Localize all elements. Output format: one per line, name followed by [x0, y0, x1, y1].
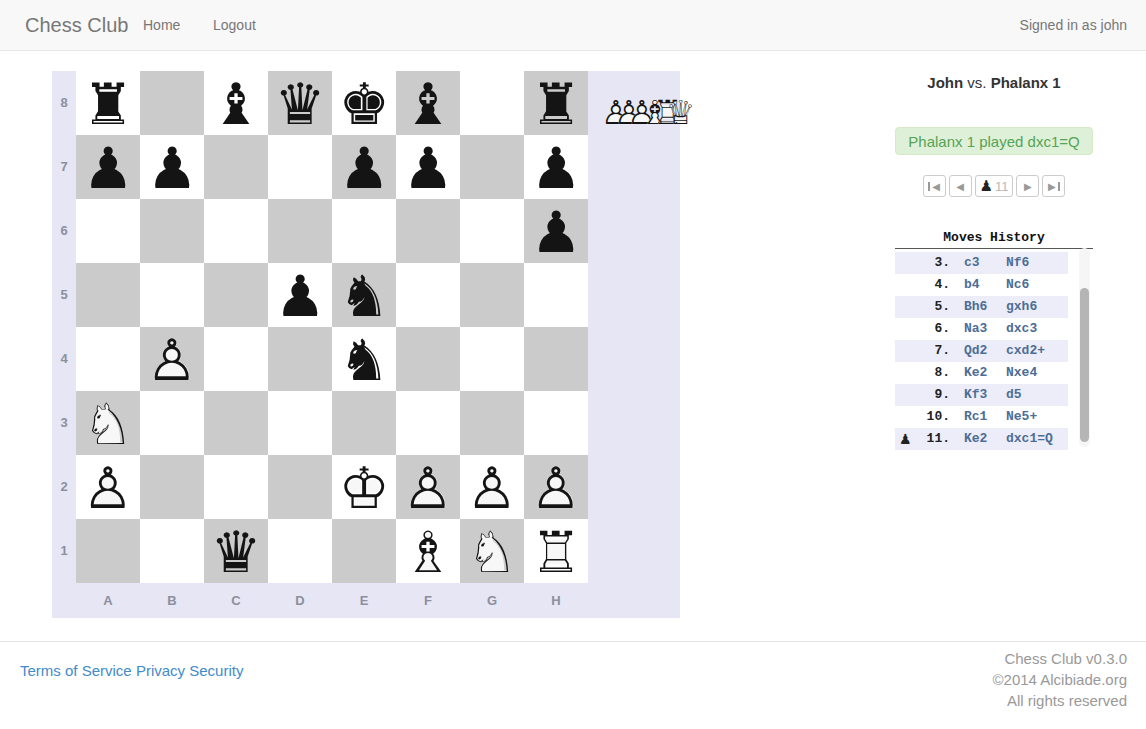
piece-white-pawn[interactable]: ♟♙	[140, 327, 204, 391]
piece-white-king[interactable]: ♚♔	[332, 455, 396, 519]
move-number: 5.	[910, 296, 950, 318]
piece-outline: ♘	[460, 519, 524, 583]
current-move-button[interactable]: ♟ 11	[975, 175, 1014, 197]
square-f1[interactable]: ♝♗	[396, 519, 460, 583]
bar-icon	[928, 182, 930, 191]
footer-links: Terms of Service Privacy Security	[20, 662, 243, 679]
square-b3[interactable]	[140, 391, 204, 455]
skip-start-icon: ◀	[932, 181, 940, 192]
piece-glyph: ♛	[204, 519, 268, 583]
piece-white-rook[interactable]: ♜♖	[524, 519, 588, 583]
move-icon-spacer	[895, 340, 910, 362]
moves-scrollbar-thumb[interactable]	[1080, 288, 1089, 442]
piece-glyph: ♟	[140, 135, 204, 199]
black-move[interactable]: Nc6	[1006, 274, 1029, 296]
white-move[interactable]: Ke2	[964, 428, 1006, 450]
square-f3[interactable]	[396, 391, 460, 455]
white-move[interactable]: Qd2	[964, 340, 1006, 362]
piece-black-knight[interactable]: ♞	[332, 327, 396, 391]
square-a4[interactable]	[76, 327, 140, 391]
square-f2[interactable]: ♟♙	[396, 455, 460, 519]
square-h8[interactable]: ♜	[524, 71, 588, 135]
piece-glyph: ♚	[332, 71, 396, 135]
square-h2[interactable]: ♟♙	[524, 455, 588, 519]
move-number: 4.	[910, 274, 950, 296]
copyright-line: ©2014 Alcibiade.org	[993, 669, 1127, 690]
next-move-button[interactable]: ▶	[1016, 175, 1039, 197]
black-move[interactable]: cxd2+	[1006, 340, 1045, 362]
piece-outline: ♙	[524, 455, 588, 519]
square-b2[interactable]	[140, 455, 204, 519]
square-e2[interactable]: ♚♔	[332, 455, 396, 519]
square-c5[interactable]	[204, 263, 268, 327]
piece-black-king[interactable]: ♚	[332, 71, 396, 135]
skip-end-icon: ▶	[1048, 181, 1056, 192]
piece-black-pawn[interactable]: ♟	[268, 263, 332, 327]
black-player-name: Phalanx 1	[991, 74, 1061, 91]
black-move[interactable]: dxc3	[1006, 318, 1037, 340]
move-row-5: 5.Bh6gxh6	[895, 296, 1068, 318]
nav-link-logout[interactable]: Logout	[213, 0, 256, 50]
move-icon-spacer	[895, 252, 910, 274]
file-labels: ABCDEFGH	[76, 583, 588, 618]
white-move[interactable]: Rc1	[964, 406, 1006, 428]
piece-black-pawn[interactable]: ♟	[524, 199, 588, 263]
prev-icon: ◀	[956, 181, 964, 192]
move-number: 6.	[910, 318, 950, 340]
square-a7[interactable]: ♟	[76, 135, 140, 199]
square-g8[interactable]	[460, 71, 524, 135]
rights-line: All rights reserved	[993, 690, 1127, 711]
square-b7[interactable]: ♟	[140, 135, 204, 199]
square-g5[interactable]	[460, 263, 524, 327]
square-e6[interactable]	[332, 199, 396, 263]
piece-glyph: ♝	[204, 71, 268, 135]
security-link[interactable]: Security	[189, 662, 243, 679]
file-label-d: D	[268, 583, 332, 618]
piece-white-pawn[interactable]: ♟♙	[524, 455, 588, 519]
piece-white-knight[interactable]: ♞♘	[460, 519, 524, 583]
white-move[interactable]: Bh6	[964, 296, 1006, 318]
square-d6[interactable]	[268, 199, 332, 263]
piece-black-queen[interactable]: ♛	[268, 71, 332, 135]
square-c2[interactable]	[204, 455, 268, 519]
page: Chess Club Home Logout Signed in as john…	[0, 0, 1146, 729]
move-number: 7.	[910, 340, 950, 362]
square-a5[interactable]	[76, 263, 140, 327]
move-row-3: 3.c3Nf6	[895, 252, 1068, 274]
square-h4[interactable]	[524, 327, 588, 391]
file-label-e: E	[332, 583, 396, 618]
piece-white-pawn[interactable]: ♟♙	[76, 455, 140, 519]
piece-black-knight[interactable]: ♞	[332, 263, 396, 327]
piece-glyph: ♟	[524, 199, 588, 263]
move-number: 3.	[910, 252, 950, 274]
piece-black-pawn[interactable]: ♟	[332, 135, 396, 199]
rank-label-4: 4	[52, 327, 76, 391]
rank-label-5: 5	[52, 263, 76, 327]
piece-glyph: ♟	[396, 135, 460, 199]
file-label-b: B	[140, 583, 204, 618]
square-d3[interactable]	[268, 391, 332, 455]
square-f6[interactable]	[396, 199, 460, 263]
move-number: 9.	[910, 384, 950, 406]
square-d4[interactable]	[268, 327, 332, 391]
square-c1[interactable]: ♛	[204, 519, 268, 583]
move-icon-spacer	[895, 384, 910, 406]
white-move[interactable]: c3	[964, 252, 1006, 274]
move-icon-spacer	[895, 274, 910, 296]
rank-label-6: 6	[52, 199, 76, 263]
square-g2[interactable]: ♟♙	[460, 455, 524, 519]
square-f7[interactable]: ♟	[396, 135, 460, 199]
square-d2[interactable]	[268, 455, 332, 519]
square-a6[interactable]	[76, 199, 140, 263]
piece-black-pawn[interactable]: ♟	[76, 135, 140, 199]
square-e4[interactable]: ♞	[332, 327, 396, 391]
move-icon-spacer	[895, 318, 910, 340]
piece-black-pawn[interactable]: ♟	[140, 135, 204, 199]
file-label-a: A	[76, 583, 140, 618]
square-f4[interactable]	[396, 327, 460, 391]
piece-glyph: ♞	[332, 327, 396, 391]
file-label-h: H	[524, 583, 588, 618]
move-number: 8.	[910, 362, 950, 384]
black-move[interactable]: Nf6	[1006, 252, 1029, 274]
piece-outline: ♖	[524, 519, 588, 583]
square-b8[interactable]	[140, 71, 204, 135]
square-h6[interactable]: ♟	[524, 199, 588, 263]
rank-label-3: 3	[52, 391, 76, 455]
captured-pieces-tray: ♟♙♟♙♟♙♝♗♜♖♛♕	[588, 93, 680, 111]
piece-glyph: ♜	[76, 71, 140, 135]
piece-black-pawn[interactable]: ♟	[524, 135, 588, 199]
brand: Chess Club	[25, 0, 128, 50]
moves-scrollbar-track[interactable]	[1079, 248, 1090, 447]
piece-black-bishop[interactable]: ♝	[204, 71, 268, 135]
black-move[interactable]: dxc1=Q	[1006, 428, 1053, 450]
pawn-icon: ♟	[980, 176, 993, 196]
square-g4[interactable]	[460, 327, 524, 391]
move-row-6: 6.Na3dxc3	[895, 318, 1068, 340]
square-c6[interactable]	[204, 199, 268, 263]
square-a8[interactable]: ♜	[76, 71, 140, 135]
square-c3[interactable]	[204, 391, 268, 455]
square-e1[interactable]	[332, 519, 396, 583]
move-row-7: 7.Qd2cxd2+	[895, 340, 1068, 362]
square-h3[interactable]	[524, 391, 588, 455]
piece-black-queen[interactable]: ♛	[204, 519, 268, 583]
moves-history-table: 3.c3Nf64.b4Nc65.Bh6gxh66.Na3dxc37.Qd2cxd…	[895, 252, 1093, 450]
move-icon-spacer	[895, 406, 910, 428]
piece-outline: ♙	[76, 455, 140, 519]
rank-label-7: 7	[52, 135, 76, 199]
piece-glyph: ♟	[332, 135, 396, 199]
navbar: Chess Club Home Logout Signed in as john	[0, 0, 1146, 51]
match-title: John vs. Phalanx 1	[895, 74, 1093, 91]
black-move[interactable]: Ne5+	[1006, 406, 1037, 428]
current-move-pawn-icon: ♟	[895, 428, 910, 450]
move-row-9: 9.Kf3d5	[895, 384, 1068, 406]
file-label-c: C	[204, 583, 268, 618]
square-c8[interactable]: ♝	[204, 71, 268, 135]
rank-labels: 87654321	[52, 71, 76, 583]
square-c4[interactable]	[204, 327, 268, 391]
piece-glyph: ♟	[76, 135, 140, 199]
rank-label-1: 1	[52, 519, 76, 583]
board-squares: ♜♝♛♚♝♜♟♟♟♟♟♟♟♞♟♙♞♞♘♟♙♚♔♟♙♟♙♟♙♛♝♗♞♘♜♖	[76, 71, 588, 583]
square-c7[interactable]	[204, 135, 268, 199]
rank-label-2: 2	[52, 455, 76, 519]
square-e8[interactable]: ♚	[332, 71, 396, 135]
white-move[interactable]: b4	[964, 274, 1006, 296]
current-move-number: 11	[995, 179, 1009, 194]
square-d5[interactable]: ♟	[268, 263, 332, 327]
move-row-8: 8.Ke2Nxe4	[895, 362, 1068, 384]
square-b5[interactable]	[140, 263, 204, 327]
move-navigation: ◀ ◀ ♟ 11 ▶ ▶	[895, 175, 1093, 197]
move-number: 11.	[910, 428, 950, 450]
move-icon-spacer	[895, 362, 910, 384]
piece-glyph: ♞	[332, 263, 396, 327]
piece-black-pawn[interactable]: ♟	[396, 135, 460, 199]
square-f8[interactable]: ♝	[396, 71, 460, 135]
black-move[interactable]: gxh6	[1006, 296, 1037, 318]
piece-white-knight[interactable]: ♞♘	[76, 391, 140, 455]
black-move[interactable]: d5	[1006, 384, 1022, 406]
piece-white-bishop[interactable]: ♝♗	[396, 519, 460, 583]
piece-glyph: ♛	[268, 71, 332, 135]
square-e7[interactable]: ♟	[332, 135, 396, 199]
last-move-button[interactable]: ▶	[1042, 175, 1065, 197]
square-g3[interactable]	[460, 391, 524, 455]
piece-outline: ♙	[460, 455, 524, 519]
square-d7[interactable]	[268, 135, 332, 199]
chess-board: 87654321 ♜♝♛♚♝♜♟♟♟♟♟♟♟♞♟♙♞♞♘♟♙♚♔♟♙♟♙♟♙♛♝…	[52, 71, 680, 618]
square-b1[interactable]	[140, 519, 204, 583]
black-move[interactable]: Nxe4	[1006, 362, 1037, 384]
last-move-alert: Phalanx 1 played dxc1=Q	[895, 127, 1093, 155]
white-move[interactable]: Kf3	[964, 384, 1006, 406]
square-a3[interactable]: ♞♘	[76, 391, 140, 455]
piece-glyph: ♝	[396, 71, 460, 135]
rank-label-8: 8	[52, 71, 76, 135]
piece-black-rook[interactable]: ♜	[524, 71, 588, 135]
piece-white-pawn[interactable]: ♟♙	[460, 455, 524, 519]
footer: Terms of Service Privacy Security Chess …	[0, 641, 1146, 729]
piece-black-bishop[interactable]: ♝	[396, 71, 460, 135]
app-version: Chess Club v0.3.0	[993, 648, 1127, 669]
move-row-10: 10.Rc1Ne5+	[895, 406, 1068, 428]
square-d1[interactable]	[268, 519, 332, 583]
white-player-name: John	[927, 74, 963, 91]
square-g6[interactable]	[460, 199, 524, 263]
signed-in-status: Signed in as john	[1020, 0, 1127, 50]
terms-link[interactable]: Terms of Service	[20, 662, 132, 679]
move-icon-spacer	[895, 296, 910, 318]
square-h5[interactable]	[524, 263, 588, 327]
piece-glyph: ♟	[268, 263, 332, 327]
nav-link-home[interactable]: Home	[143, 0, 180, 50]
bar-icon	[1058, 182, 1060, 191]
piece-outline: ♗	[396, 519, 460, 583]
privacy-link[interactable]: Privacy	[136, 662, 185, 679]
white-move[interactable]: Na3	[964, 318, 1006, 340]
square-d8[interactable]: ♛	[268, 71, 332, 135]
piece-black-rook[interactable]: ♜	[76, 71, 140, 135]
square-h7[interactable]: ♟	[524, 135, 588, 199]
square-g1[interactable]: ♞♘	[460, 519, 524, 583]
piece-white-pawn[interactable]: ♟♙	[396, 455, 460, 519]
vs-label: vs.	[967, 74, 986, 91]
square-b4[interactable]: ♟♙	[140, 327, 204, 391]
first-move-button[interactable]: ◀	[923, 175, 946, 197]
square-a1[interactable]	[76, 519, 140, 583]
square-e3[interactable]	[332, 391, 396, 455]
piece-outline: ♘	[76, 391, 140, 455]
piece-glyph: ♟	[524, 135, 588, 199]
file-label-g: G	[460, 583, 524, 618]
next-icon: ▶	[1024, 181, 1032, 192]
prev-move-button[interactable]: ◀	[949, 175, 972, 197]
square-g7[interactable]	[460, 135, 524, 199]
piece-outline: ♙	[140, 327, 204, 391]
game-panel: John vs. Phalanx 1 Phalanx 1 played dxc1…	[895, 71, 1093, 461]
piece-outline: ♔	[332, 455, 396, 519]
square-b6[interactable]	[140, 199, 204, 263]
moves-history-title: Moves History	[895, 230, 1093, 249]
white-move[interactable]: Ke2	[964, 362, 1006, 384]
piece-outline: ♙	[396, 455, 460, 519]
square-h1[interactable]: ♜♖	[524, 519, 588, 583]
square-a2[interactable]: ♟♙	[76, 455, 140, 519]
file-label-f: F	[396, 583, 460, 618]
piece-glyph: ♜	[524, 71, 588, 135]
move-number: 10.	[910, 406, 950, 428]
move-row-11: ♟11.Ke2dxc1=Q	[895, 428, 1068, 450]
move-row-4: 4.b4Nc6	[895, 274, 1068, 296]
square-e5[interactable]: ♞	[332, 263, 396, 327]
square-f5[interactable]	[396, 263, 460, 327]
footer-copyright: Chess Club v0.3.0 ©2014 Alcibiade.org Al…	[993, 648, 1127, 711]
